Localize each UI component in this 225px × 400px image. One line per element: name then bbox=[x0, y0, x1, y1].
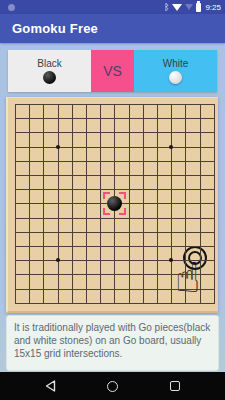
bluetooth-icon: ᛒ bbox=[164, 0, 169, 14]
back-button[interactable] bbox=[44, 379, 58, 393]
grid-line-vertical bbox=[214, 104, 215, 304]
last-move-marker-corner bbox=[103, 208, 110, 215]
last-move-marker-corner bbox=[103, 192, 110, 199]
vs-label: VS bbox=[103, 63, 122, 79]
white-player-label: White bbox=[163, 58, 189, 69]
last-move-marker-corner bbox=[119, 192, 126, 199]
description-box: It is traditionally played with Go piece… bbox=[6, 315, 219, 371]
home-button[interactable] bbox=[106, 379, 120, 393]
battery-icon bbox=[196, 3, 201, 12]
signal-icon bbox=[185, 4, 193, 10]
star-point bbox=[169, 145, 173, 149]
app-bar: Gomoku Free bbox=[0, 14, 225, 43]
pointing-hand-icon: ☝ bbox=[175, 250, 201, 306]
match-panel: Black VS White bbox=[8, 50, 217, 92]
grid-line-vertical bbox=[200, 104, 201, 304]
board[interactable]: ☝ bbox=[6, 97, 218, 313]
grid-line-horizontal bbox=[15, 303, 215, 304]
black-player-label: Black bbox=[37, 58, 61, 69]
white-stone-icon bbox=[169, 71, 182, 84]
grid-line-horizontal bbox=[15, 274, 215, 275]
status-time: 9:25 bbox=[204, 3, 221, 12]
star-point bbox=[56, 258, 60, 262]
star-point bbox=[56, 145, 60, 149]
black-player-panel[interactable]: Black bbox=[8, 50, 91, 92]
vs-badge: VS bbox=[91, 50, 134, 92]
last-move-marker-corner bbox=[119, 208, 126, 215]
page-title: Gomoku Free bbox=[12, 21, 98, 36]
last-move-marker bbox=[103, 192, 126, 215]
wifi-icon bbox=[172, 4, 182, 11]
notification-dot-icon bbox=[8, 4, 15, 11]
navigation-bar bbox=[0, 372, 225, 400]
black-stone-icon bbox=[43, 71, 56, 84]
app-screen: ᛒ 9:25 Gomoku Free Black VS White ☝ bbox=[0, 0, 225, 400]
recents-button[interactable] bbox=[168, 379, 182, 393]
home-icon bbox=[107, 381, 118, 392]
status-bar: ᛒ 9:25 bbox=[0, 0, 225, 14]
back-icon bbox=[45, 380, 56, 392]
grid-line-horizontal bbox=[15, 289, 215, 290]
description-text: It is traditionally played with Go piece… bbox=[14, 321, 211, 360]
white-player-panel[interactable]: White bbox=[134, 50, 217, 92]
recents-icon bbox=[170, 381, 180, 391]
